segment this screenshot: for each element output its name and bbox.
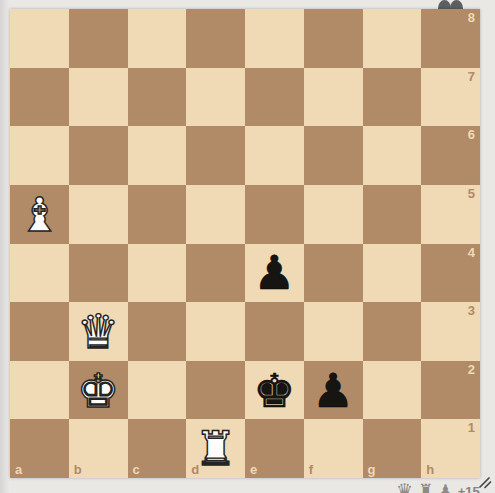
- square-d1[interactable]: d♜: [186, 419, 245, 478]
- file-label-e: e: [250, 463, 257, 476]
- square-h7[interactable]: 7: [421, 68, 480, 127]
- file-label-b: b: [74, 463, 82, 476]
- square-e4[interactable]: ♟: [245, 244, 304, 303]
- rank-label-8: 8: [468, 11, 475, 24]
- square-g7[interactable]: [363, 68, 422, 127]
- square-f7[interactable]: [304, 68, 363, 127]
- square-e7[interactable]: [245, 68, 304, 127]
- square-e2[interactable]: ♚: [245, 361, 304, 420]
- square-d4[interactable]: [186, 244, 245, 303]
- square-f1[interactable]: f: [304, 419, 363, 478]
- page: 876♝5♟4♛3♚♚♟2abcd♜efg1h ♛ ♜ ♟ +15: [0, 0, 495, 493]
- square-b4[interactable]: [69, 244, 128, 303]
- white-king[interactable]: ♚: [69, 361, 128, 420]
- square-d8[interactable]: [186, 9, 245, 68]
- square-b5[interactable]: [69, 185, 128, 244]
- square-g6[interactable]: [363, 126, 422, 185]
- square-a8[interactable]: [10, 9, 69, 68]
- white-rook[interactable]: ♜: [186, 419, 245, 478]
- square-b2[interactable]: ♚: [69, 361, 128, 420]
- chess-board: 876♝5♟4♛3♚♚♟2abcd♜efg1h: [10, 9, 480, 478]
- square-c6[interactable]: [128, 126, 187, 185]
- square-a4[interactable]: [10, 244, 69, 303]
- square-g4[interactable]: [363, 244, 422, 303]
- file-label-c: c: [133, 463, 140, 476]
- square-e8[interactable]: [245, 9, 304, 68]
- square-c3[interactable]: [128, 302, 187, 361]
- left-edge-shade: [0, 0, 10, 493]
- square-e1[interactable]: e: [245, 419, 304, 478]
- square-c7[interactable]: [128, 68, 187, 127]
- square-c4[interactable]: [128, 244, 187, 303]
- square-d2[interactable]: [186, 361, 245, 420]
- rank-label-6: 6: [468, 128, 475, 141]
- square-c8[interactable]: [128, 9, 187, 68]
- captured-queen-icon: ♛: [396, 481, 413, 493]
- square-a1[interactable]: a: [10, 419, 69, 478]
- square-b6[interactable]: [69, 126, 128, 185]
- square-h6[interactable]: 6: [421, 126, 480, 185]
- square-h8[interactable]: 8: [421, 9, 480, 68]
- rank-label-5: 5: [468, 187, 475, 200]
- square-f8[interactable]: [304, 9, 363, 68]
- clipped-piece-icon: [438, 0, 463, 9]
- captured-pawn-icon: ♟: [438, 483, 452, 493]
- square-b7[interactable]: [69, 68, 128, 127]
- black-pawn[interactable]: ♟: [304, 361, 363, 420]
- square-e3[interactable]: [245, 302, 304, 361]
- square-f5[interactable]: [304, 185, 363, 244]
- file-label-f: f: [309, 463, 313, 476]
- rank-label-3: 3: [468, 304, 475, 317]
- rank-label-4: 4: [468, 246, 475, 259]
- square-f4[interactable]: [304, 244, 363, 303]
- square-g1[interactable]: g: [363, 419, 422, 478]
- square-h4[interactable]: 4: [421, 244, 480, 303]
- file-label-h: h: [426, 463, 434, 476]
- square-h3[interactable]: 3: [421, 302, 480, 361]
- square-f3[interactable]: [304, 302, 363, 361]
- file-label-a: a: [15, 463, 22, 476]
- square-a6[interactable]: [10, 126, 69, 185]
- square-h2[interactable]: 2: [421, 361, 480, 420]
- square-h5[interactable]: 5: [421, 185, 480, 244]
- square-d5[interactable]: [186, 185, 245, 244]
- square-d6[interactable]: [186, 126, 245, 185]
- captured-rook-icon: ♜: [418, 482, 433, 493]
- rank-label-2: 2: [468, 363, 475, 376]
- clipped-piece-icon-right: [450, 0, 463, 9]
- material-score: +15: [458, 484, 480, 493]
- square-d7[interactable]: [186, 68, 245, 127]
- rank-label-7: 7: [468, 70, 475, 83]
- square-b8[interactable]: [69, 9, 128, 68]
- board-resize-handle[interactable]: [478, 477, 492, 489]
- square-c5[interactable]: [128, 185, 187, 244]
- captured-pieces-tray: ♛ ♜ ♟ +15: [396, 481, 480, 493]
- square-h1[interactable]: 1h: [421, 419, 480, 478]
- white-bishop[interactable]: ♝: [10, 185, 69, 244]
- black-king[interactable]: ♚: [245, 361, 304, 420]
- square-b3[interactable]: ♛: [69, 302, 128, 361]
- square-a7[interactable]: [10, 68, 69, 127]
- square-a3[interactable]: [10, 302, 69, 361]
- square-g5[interactable]: [363, 185, 422, 244]
- square-f2[interactable]: ♟: [304, 361, 363, 420]
- square-e5[interactable]: [245, 185, 304, 244]
- square-b1[interactable]: b: [69, 419, 128, 478]
- white-queen[interactable]: ♛: [69, 302, 128, 361]
- square-c2[interactable]: [128, 361, 187, 420]
- square-g2[interactable]: [363, 361, 422, 420]
- square-a5[interactable]: ♝: [10, 185, 69, 244]
- square-f6[interactable]: [304, 126, 363, 185]
- square-c1[interactable]: c: [128, 419, 187, 478]
- square-g3[interactable]: [363, 302, 422, 361]
- file-label-g: g: [368, 463, 376, 476]
- square-a2[interactable]: [10, 361, 69, 420]
- black-pawn[interactable]: ♟: [245, 244, 304, 303]
- square-e6[interactable]: [245, 126, 304, 185]
- square-g8[interactable]: [363, 9, 422, 68]
- square-d3[interactable]: [186, 302, 245, 361]
- rank-label-1: 1: [468, 421, 475, 434]
